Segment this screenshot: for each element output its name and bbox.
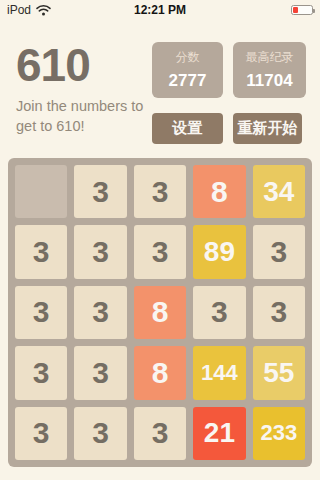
page-title: 610 [16, 42, 90, 88]
best-score-label: 最高纪录 [246, 49, 294, 66]
carrier-label: iPod [7, 3, 31, 17]
battery-icon [291, 5, 313, 15]
tile-3-r1c3: 3 [134, 165, 186, 218]
best-score-box: 最高纪录 11704 [233, 42, 306, 98]
subtitle: Join the numbers to get to 610! [16, 96, 166, 136]
wifi-icon [36, 5, 51, 16]
restart-button[interactable]: 重新开始 [233, 113, 302, 144]
score-value: 2777 [169, 71, 207, 91]
battery-nub [313, 9, 315, 13]
tile-3-r1c2: 3 [74, 165, 126, 218]
board[interactable]: 33834333893338333381445533321233 [8, 158, 312, 467]
tile-3-r4c2: 3 [74, 346, 126, 399]
tile-144-r4c4: 144 [193, 346, 245, 399]
score-box: 分数 2777 [152, 42, 223, 98]
app-screen: iPod 12:21 PM 610 Join the numbers to ge… [0, 0, 320, 480]
tile-3-r3c2: 3 [74, 286, 126, 339]
tile-3-r3c4: 3 [193, 286, 245, 339]
tile-55-r4c5: 55 [253, 346, 305, 399]
tile-3-r5c3: 3 [134, 407, 186, 460]
tile-3-r3c1: 3 [15, 286, 67, 339]
battery-fill [293, 7, 298, 13]
tile-3-r2c2: 3 [74, 225, 126, 278]
tile-3-r2c3: 3 [134, 225, 186, 278]
tile-3-r2c5: 3 [253, 225, 305, 278]
tile-3-r5c1: 3 [15, 407, 67, 460]
tile-233-r5c5: 233 [253, 407, 305, 460]
status-right [291, 5, 313, 15]
tile-21-r5c4: 21 [193, 407, 245, 460]
tile-3-r5c2: 3 [74, 407, 126, 460]
settings-button[interactable]: 设置 [152, 113, 223, 144]
tile-3-r2c1: 3 [15, 225, 67, 278]
status-bar: iPod 12:21 PM [0, 0, 320, 20]
tile-8-r3c3: 8 [134, 286, 186, 339]
score-label: 分数 [176, 49, 200, 66]
tile-8-r4c3: 8 [134, 346, 186, 399]
tile-8-r1c4: 8 [193, 165, 245, 218]
status-left: iPod [7, 3, 51, 17]
tile-34-r1c5: 34 [253, 165, 305, 218]
tile-89-r2c4: 89 [193, 225, 245, 278]
best-score-value: 11704 [246, 71, 292, 91]
tile-3-r3c5: 3 [253, 286, 305, 339]
tile-3-r4c1: 3 [15, 346, 67, 399]
empty-cell-r1c1 [15, 165, 67, 218]
